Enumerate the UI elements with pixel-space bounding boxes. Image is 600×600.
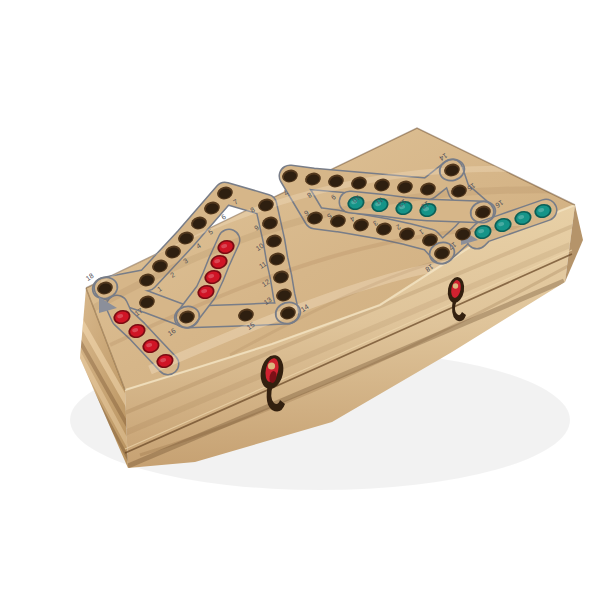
red-hole-label-18: 18	[84, 272, 94, 282]
clasp-pin	[453, 283, 458, 288]
game-box: 1234567891011121314151617181234567891011…	[0, 0, 600, 600]
product-photo-scene: 1234567891011121314151617181234567891011…	[0, 0, 600, 600]
clasp-pin	[268, 362, 275, 369]
